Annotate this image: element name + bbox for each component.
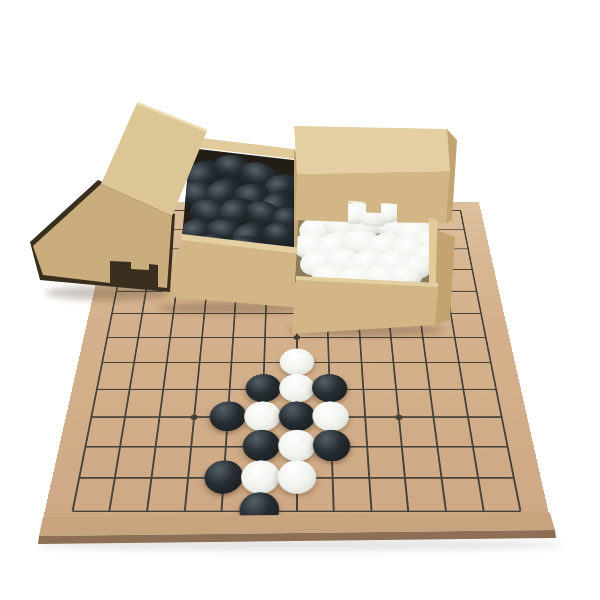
lid-top-face (101, 103, 207, 216)
go-board (43, 202, 550, 519)
white-stone (279, 374, 315, 402)
grid-line-horizontal (72, 510, 520, 512)
black-stone-in-box (181, 156, 229, 196)
white-stone (240, 460, 280, 493)
black-stone (238, 492, 279, 527)
grid-line-vertical (71, 210, 133, 511)
white-lid-top-face (294, 126, 450, 174)
black-stone (242, 430, 280, 462)
white-stone (277, 460, 316, 493)
white-stone (278, 430, 316, 462)
hoshi-star-point (293, 335, 300, 340)
grid-line-vertical (350, 210, 372, 511)
hoshi-star-point (395, 414, 403, 420)
white-stone (279, 348, 314, 375)
hoshi-star-point (381, 267, 388, 271)
grid-line-vertical (323, 210, 335, 511)
hoshi-star-point (205, 267, 212, 271)
lid-edge-highlight (137, 103, 207, 131)
grid-line-vertical (378, 210, 410, 511)
black-stone (245, 374, 281, 402)
black-stone (278, 401, 315, 431)
black-box-back-rim (192, 137, 302, 160)
black-stone (203, 460, 244, 493)
white-stone (243, 401, 280, 431)
black-stone (313, 430, 351, 462)
grid-line-vertical (460, 210, 522, 511)
board-drop-shadow (38, 539, 562, 551)
black-stone-in-box (211, 152, 255, 187)
black-stone-in-box (234, 157, 284, 200)
hoshi-star-point (190, 414, 198, 420)
black-stone (209, 401, 247, 431)
black-stone (312, 374, 348, 402)
go-set-photo (0, 0, 600, 600)
black-stone-in-box (262, 171, 304, 205)
white-stone (312, 401, 349, 431)
board-bottom-edge (38, 530, 556, 544)
go-board-surface (43, 202, 550, 519)
